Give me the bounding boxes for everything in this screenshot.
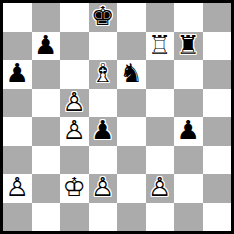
- white-pawn-piece: ♟♙: [60, 117, 89, 146]
- square-b1[interactable]: [32, 203, 61, 232]
- white-rook-piece: ♜♖: [146, 32, 175, 61]
- square-g6[interactable]: [174, 60, 203, 89]
- square-f3[interactable]: [146, 146, 175, 175]
- black-pawn-piece: ♟: [174, 117, 203, 146]
- square-c6[interactable]: [60, 60, 89, 89]
- white-pawn-piece: ♟♙: [146, 174, 175, 203]
- white-bishop-piece: ♝♗: [89, 60, 118, 89]
- square-g3[interactable]: [174, 146, 203, 175]
- square-f6[interactable]: [146, 60, 175, 89]
- square-h5[interactable]: [203, 89, 232, 118]
- chess-diagram: ♚♟♜♖♜♟♝♗♞♟♙♟♙♟♟♟♙♚♔♟♙♟♙: [0, 0, 234, 234]
- square-a5[interactable]: [3, 89, 32, 118]
- square-a6[interactable]: ♟: [3, 60, 32, 89]
- square-g2[interactable]: [174, 174, 203, 203]
- square-d3[interactable]: [89, 146, 118, 175]
- square-g5[interactable]: [174, 89, 203, 118]
- square-c7[interactable]: [60, 32, 89, 61]
- black-rook-piece: ♜: [174, 32, 203, 61]
- square-d6[interactable]: ♝♗: [89, 60, 118, 89]
- square-g7[interactable]: ♜: [174, 32, 203, 61]
- square-d1[interactable]: [89, 203, 118, 232]
- white-pawn-piece: ♟♙: [60, 89, 89, 118]
- square-f5[interactable]: [146, 89, 175, 118]
- square-c4[interactable]: ♟♙: [60, 117, 89, 146]
- square-a3[interactable]: [3, 146, 32, 175]
- black-pawn-piece: ♟: [89, 117, 118, 146]
- square-d2[interactable]: ♟♙: [89, 174, 118, 203]
- square-c5[interactable]: ♟♙: [60, 89, 89, 118]
- square-h4[interactable]: [203, 117, 232, 146]
- chess-board: ♚♟♜♖♜♟♝♗♞♟♙♟♙♟♟♟♙♚♔♟♙♟♙: [3, 3, 231, 231]
- square-d4[interactable]: ♟: [89, 117, 118, 146]
- white-king-piece: ♚♔: [60, 174, 89, 203]
- square-e4[interactable]: [117, 117, 146, 146]
- square-c2[interactable]: ♚♔: [60, 174, 89, 203]
- square-b8[interactable]: [32, 3, 61, 32]
- square-b2[interactable]: [32, 174, 61, 203]
- square-h3[interactable]: [203, 146, 232, 175]
- square-a4[interactable]: [3, 117, 32, 146]
- square-f8[interactable]: [146, 3, 175, 32]
- square-a1[interactable]: [3, 203, 32, 232]
- square-d5[interactable]: [89, 89, 118, 118]
- square-c1[interactable]: [60, 203, 89, 232]
- square-b7[interactable]: ♟: [32, 32, 61, 61]
- square-e8[interactable]: [117, 3, 146, 32]
- square-g1[interactable]: [174, 203, 203, 232]
- square-a2[interactable]: ♟♙: [3, 174, 32, 203]
- square-g4[interactable]: ♟: [174, 117, 203, 146]
- square-h2[interactable]: [203, 174, 232, 203]
- square-e1[interactable]: [117, 203, 146, 232]
- square-h8[interactable]: [203, 3, 232, 32]
- square-g8[interactable]: [174, 3, 203, 32]
- square-b3[interactable]: [32, 146, 61, 175]
- square-e7[interactable]: [117, 32, 146, 61]
- square-a7[interactable]: [3, 32, 32, 61]
- square-e5[interactable]: [117, 89, 146, 118]
- square-h7[interactable]: [203, 32, 232, 61]
- square-f1[interactable]: [146, 203, 175, 232]
- square-c3[interactable]: [60, 146, 89, 175]
- square-f4[interactable]: [146, 117, 175, 146]
- white-pawn-piece: ♟♙: [3, 174, 32, 203]
- white-pawn-piece: ♟♙: [89, 174, 118, 203]
- square-d8[interactable]: ♚: [89, 3, 118, 32]
- square-c8[interactable]: [60, 3, 89, 32]
- black-pawn-piece: ♟: [3, 60, 32, 89]
- square-d7[interactable]: [89, 32, 118, 61]
- square-h6[interactable]: [203, 60, 232, 89]
- square-b6[interactable]: [32, 60, 61, 89]
- square-e3[interactable]: [117, 146, 146, 175]
- black-knight-piece: ♞: [117, 60, 146, 89]
- square-e2[interactable]: [117, 174, 146, 203]
- square-a8[interactable]: [3, 3, 32, 32]
- square-b5[interactable]: [32, 89, 61, 118]
- square-b4[interactable]: [32, 117, 61, 146]
- black-king-piece: ♚: [89, 3, 118, 32]
- square-f7[interactable]: ♜♖: [146, 32, 175, 61]
- square-f2[interactable]: ♟♙: [146, 174, 175, 203]
- square-e6[interactable]: ♞: [117, 60, 146, 89]
- square-h1[interactable]: [203, 203, 232, 232]
- black-pawn-piece: ♟: [32, 32, 61, 61]
